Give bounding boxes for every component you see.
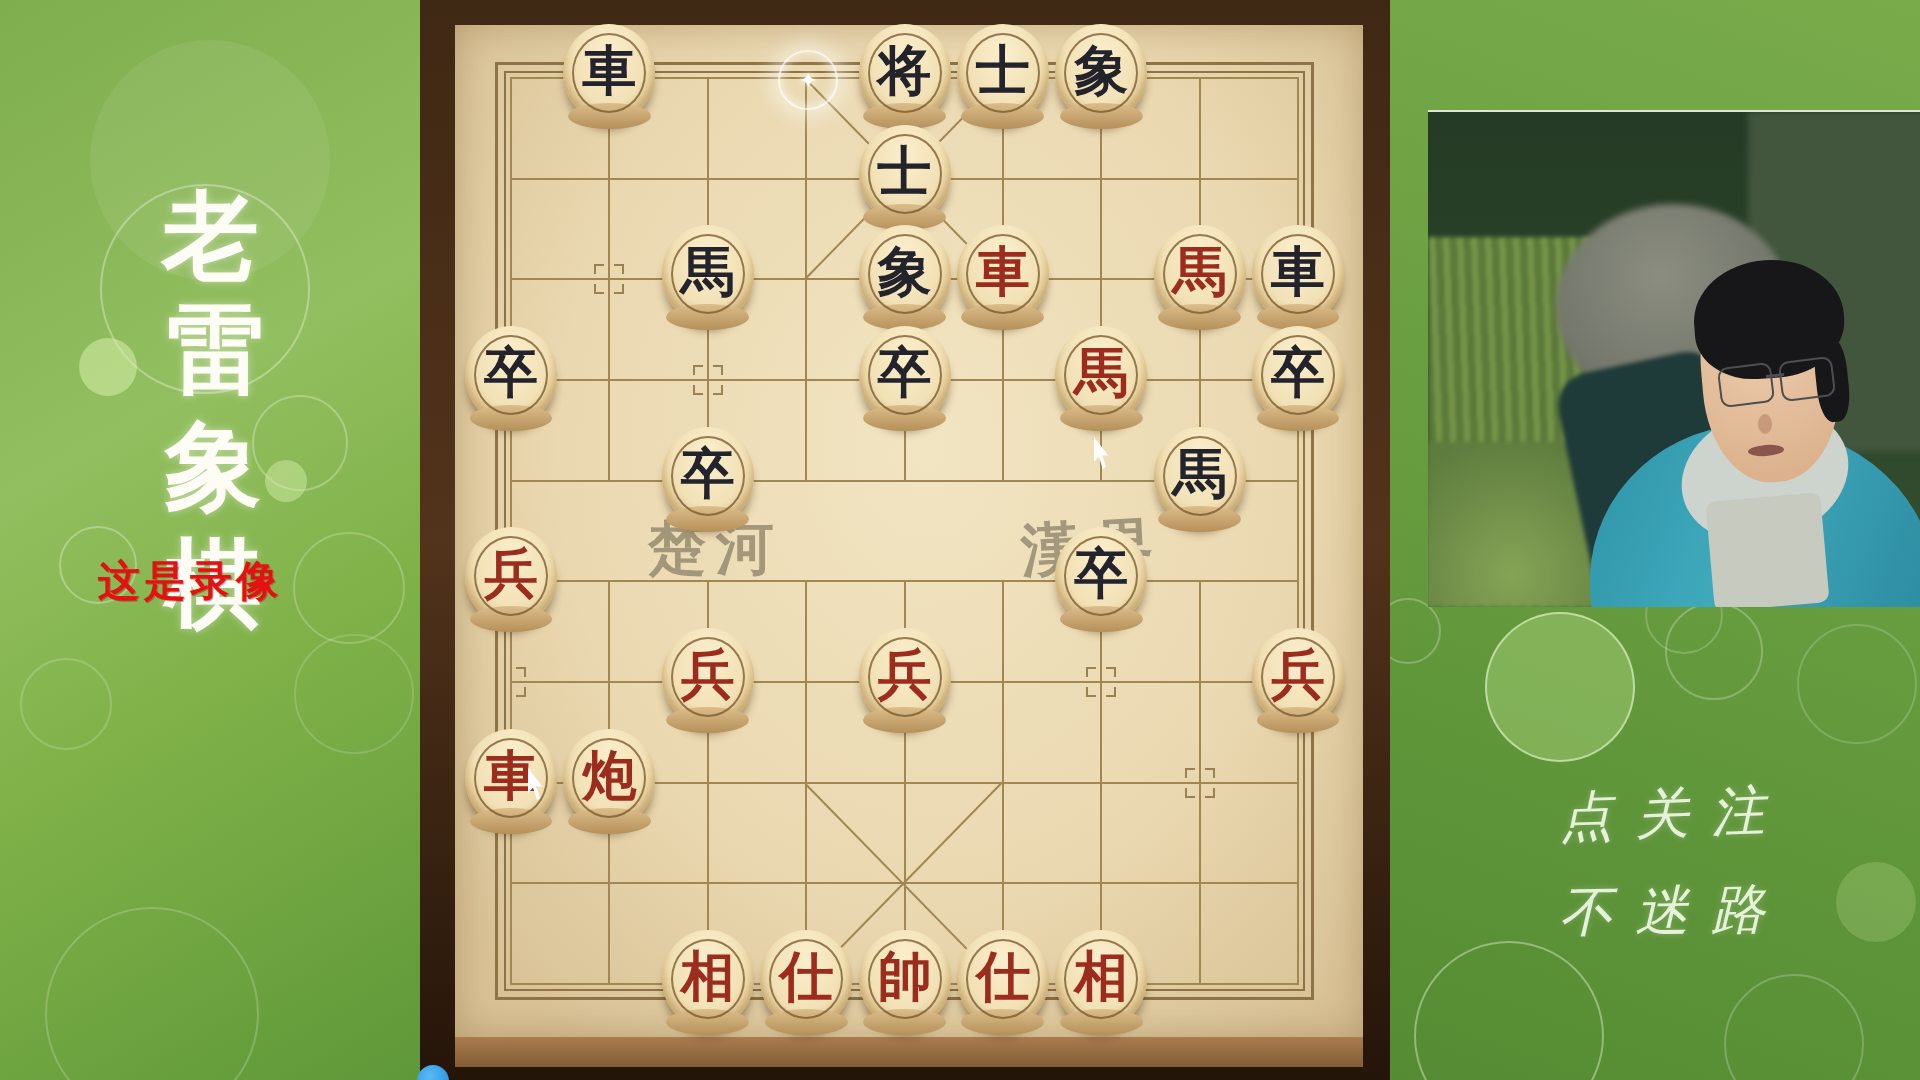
piece-black-advisor[interactable]: 士: [859, 125, 951, 223]
piece-ring: [1163, 234, 1237, 314]
point-marker-corner: [1185, 788, 1195, 798]
piece-black-advisor[interactable]: 士: [957, 24, 1049, 122]
piece-ring: [1261, 335, 1335, 415]
piece-red-chariot[interactable]: 車: [957, 225, 1049, 323]
piece-black-soldier[interactable]: 卒: [662, 427, 754, 525]
glasses-right-lens: [1778, 356, 1836, 402]
recording-watermark: 这是录像: [98, 553, 282, 609]
piece-ring: [1261, 234, 1335, 314]
point-marker: [1086, 667, 1116, 697]
piece-ring: [671, 436, 745, 516]
person-nose-shadow: [1758, 414, 1772, 434]
piece-ring: [868, 335, 942, 415]
piece-red-elephant[interactable]: 相: [662, 930, 754, 1028]
piece-black-elephant[interactable]: 象: [1055, 24, 1147, 122]
piece-ring: [1064, 939, 1138, 1019]
point-marker: [693, 365, 723, 395]
point-marker-corner: [1106, 667, 1116, 677]
last-move-highlight: ✦: [778, 50, 838, 110]
piece-red-horse[interactable]: 馬: [1055, 326, 1147, 424]
piece-ring: [474, 738, 548, 818]
piece-black-horse[interactable]: 馬: [1154, 427, 1246, 525]
piece-black-chariot[interactable]: 車: [563, 24, 655, 122]
piece-ring: [868, 939, 942, 1019]
piece-ring: [1064, 335, 1138, 415]
piece-black-soldier[interactable]: 卒: [465, 326, 557, 424]
piece-ring: [868, 637, 942, 717]
piece-red-advisor[interactable]: 仕: [760, 930, 852, 1028]
piece-ring: [572, 33, 646, 113]
piece-black-horse[interactable]: 馬: [662, 225, 754, 323]
piece-ring: [966, 234, 1040, 314]
piece-black-general[interactable]: 将: [859, 24, 951, 122]
point-marker-corner: [614, 284, 624, 294]
piece-red-soldier[interactable]: 兵: [465, 527, 557, 625]
piece-ring: [572, 738, 646, 818]
point-marker-corner: [1086, 667, 1096, 677]
piece-ring: [474, 536, 548, 616]
piece-ring: [966, 939, 1040, 1019]
point-marker-corner: [1086, 687, 1096, 697]
piece-ring: [671, 939, 745, 1019]
point-marker-corner: [614, 264, 624, 274]
piece-red-soldier[interactable]: 兵: [1252, 628, 1344, 726]
point-marker-corner: [1185, 768, 1195, 778]
piece-ring: [868, 33, 942, 113]
point-marker-corner: [594, 264, 604, 274]
point-marker-corner: [713, 365, 723, 375]
piece-ring: [966, 33, 1040, 113]
piece-ring: [1261, 637, 1335, 717]
point-marker: [1185, 768, 1215, 798]
point-marker-corner: [516, 667, 526, 677]
piece-red-horse[interactable]: 馬: [1154, 225, 1246, 323]
piece-ring: [1064, 33, 1138, 113]
piece-ring: [671, 637, 745, 717]
piece-ring: [474, 335, 548, 415]
webcam-overlay: [1428, 112, 1920, 607]
piece-red-chariot[interactable]: 車: [465, 729, 557, 827]
piece-black-elephant[interactable]: 象: [859, 225, 951, 323]
stream-screenshot: { "app": {"description": "Xiangqi (Chine…: [0, 0, 1920, 1080]
person-shirt: [1705, 492, 1829, 607]
piece-red-soldier[interactable]: 兵: [662, 628, 754, 726]
point-marker-corner: [713, 385, 723, 395]
piece-red-advisor[interactable]: 仕: [957, 930, 1049, 1028]
piece-red-soldier[interactable]: 兵: [859, 628, 951, 726]
piece-ring: [1163, 436, 1237, 516]
piece-red-general[interactable]: 帥: [859, 930, 951, 1028]
piece-black-soldier[interactable]: 卒: [859, 326, 951, 424]
point-marker-corner: [1205, 788, 1215, 798]
piece-red-cannon[interactable]: 炮: [563, 729, 655, 827]
point-marker-corner: [693, 365, 703, 375]
glasses-left-lens: [1717, 362, 1775, 408]
point-marker: [496, 667, 526, 697]
point-marker-corner: [693, 385, 703, 395]
piece-ring: [868, 234, 942, 314]
point-marker-corner: [1205, 768, 1215, 778]
piece-ring: [769, 939, 843, 1019]
piece-ring: [671, 234, 745, 314]
piece-black-soldier[interactable]: 卒: [1055, 527, 1147, 625]
piece-ring: [868, 134, 942, 214]
point-marker: [594, 264, 624, 294]
point-marker-corner: [1106, 687, 1116, 697]
point-marker-corner: [516, 687, 526, 697]
piece-black-chariot[interactable]: 車: [1252, 225, 1344, 323]
piece-black-soldier[interactable]: 卒: [1252, 326, 1344, 424]
piece-red-elephant[interactable]: 相: [1055, 930, 1147, 1028]
point-marker-corner: [594, 284, 604, 294]
